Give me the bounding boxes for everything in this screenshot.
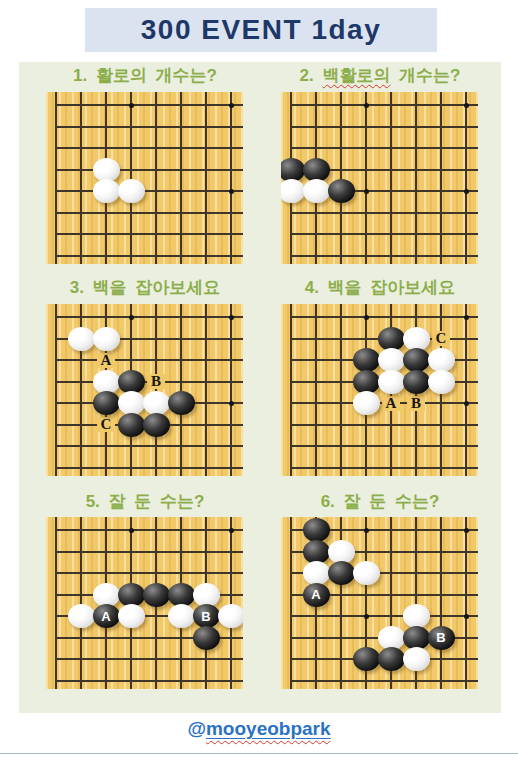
point-label-A: A (97, 353, 115, 368)
white-stone (193, 583, 220, 607)
black-stone (353, 370, 380, 394)
star-point (464, 528, 469, 533)
black-stone (143, 413, 170, 437)
stone-label-A: A (311, 588, 320, 601)
caption-text: 개수는? (390, 66, 460, 85)
point-label-B: B (407, 396, 425, 411)
white-stone (68, 604, 95, 628)
black-stone (303, 158, 330, 182)
board-grid-4: CAB (281, 306, 478, 476)
white-stone (428, 370, 455, 394)
white-stone (93, 179, 120, 203)
star-point (364, 315, 369, 320)
black-stone: B (428, 626, 455, 650)
go-board-1 (46, 92, 243, 264)
star-point (364, 614, 369, 619)
black-stone: A (93, 604, 120, 628)
black-stone (303, 540, 330, 564)
board-grid-1 (46, 94, 243, 264)
white-stone (93, 327, 120, 351)
black-stone (168, 583, 195, 607)
star-point (464, 189, 469, 194)
black-stone (303, 518, 330, 542)
black-stone (353, 348, 380, 372)
star-point (464, 401, 469, 406)
black-stone (168, 391, 195, 415)
white-stone (93, 370, 120, 394)
footer: @mooyeobpark (0, 718, 518, 740)
white-stone (143, 391, 170, 415)
problem-4-caption: 4. 백을 잡아보세요 (266, 276, 494, 300)
white-stone (118, 179, 145, 203)
star-point (464, 103, 469, 108)
go-board-4: CAB (281, 304, 478, 476)
white-stone (93, 583, 120, 607)
black-stone (378, 327, 405, 351)
black-stone (403, 348, 430, 372)
star-point (364, 103, 369, 108)
problem-1-caption: 1. 활로의 개수는? (31, 64, 259, 88)
black-stone (118, 370, 145, 394)
black-stone (378, 647, 405, 671)
star-point (364, 189, 369, 194)
board-grid-2 (281, 94, 478, 264)
white-stone (303, 561, 330, 585)
problem-6-caption: 6. 잘 둔 수는? (266, 490, 494, 514)
star-point (364, 528, 369, 533)
star-point (229, 528, 234, 533)
point-label-C: C (97, 417, 115, 432)
board-grid-3: ABC (46, 306, 243, 476)
footer-at-sign: @ (187, 718, 206, 739)
black-stone (143, 583, 170, 607)
white-stone (353, 391, 380, 415)
star-point (229, 103, 234, 108)
black-stone (118, 413, 145, 437)
white-stone (118, 604, 145, 628)
black-stone (93, 391, 120, 415)
black-stone (281, 158, 305, 182)
white-stone (168, 604, 195, 628)
white-stone (428, 348, 455, 372)
white-stone (118, 391, 145, 415)
problem-5-caption: 5. 잘 둔 수는? (31, 490, 259, 514)
problem-3-caption: 3. 백을 잡아보세요 (31, 276, 259, 300)
white-stone (378, 348, 405, 372)
board-grid-5: AB (46, 519, 243, 689)
white-stone (303, 179, 330, 203)
white-stone (403, 604, 430, 628)
white-stone (328, 540, 355, 564)
white-stone (378, 370, 405, 394)
black-stone (353, 647, 380, 671)
black-stone (118, 583, 145, 607)
star-point (129, 103, 134, 108)
star-point (229, 401, 234, 406)
stone-label-A: A (101, 610, 110, 623)
white-stone (68, 327, 95, 351)
problems-panel: 1. 활로의 개수는?2. 백활로의 개수는?3. 백을 잡아보세요ABC4. … (19, 62, 501, 713)
go-board-5: AB (46, 517, 243, 689)
point-label-C: C (432, 331, 450, 346)
stone-label-B: B (201, 610, 210, 623)
white-stone (403, 327, 430, 351)
point-label-B: B (147, 374, 165, 389)
footer-handle-link[interactable]: mooyeobpark (206, 718, 331, 739)
page-title: 300 EVENT 1day (141, 14, 381, 46)
black-stone: B (193, 604, 220, 628)
board-grid-6: AB (281, 519, 478, 689)
black-stone (403, 370, 430, 394)
star-point (464, 315, 469, 320)
white-stone (93, 158, 120, 182)
problem-2-caption: 2. 백활로의 개수는? (266, 64, 494, 88)
black-stone (403, 626, 430, 650)
stone-label-B: B (436, 631, 445, 644)
star-point (229, 189, 234, 194)
white-stone (281, 179, 305, 203)
black-stone (328, 561, 355, 585)
go-board-6: AB (281, 517, 478, 689)
go-board-3: ABC (46, 304, 243, 476)
white-stone (378, 626, 405, 650)
footer-handle-squiggle: mooyeobpark (206, 718, 331, 739)
black-stone (328, 179, 355, 203)
bottom-divider (0, 753, 518, 754)
white-stone (353, 561, 380, 585)
black-stone: A (303, 583, 330, 607)
white-stone (218, 604, 244, 628)
white-stone (403, 647, 430, 671)
point-label-A: A (382, 396, 400, 411)
title-band: 300 EVENT 1day (85, 8, 437, 52)
worksheet-page: 300 EVENT 1day 1. 활로의 개수는?2. 백활로의 개수는?3.… (0, 0, 518, 761)
caption-text: 2. (299, 66, 322, 85)
go-board-2 (281, 92, 478, 264)
star-point (129, 315, 134, 320)
black-stone (193, 626, 220, 650)
star-point (229, 315, 234, 320)
star-point (464, 614, 469, 619)
caption-squiggle-word: 백활로의 (322, 66, 390, 85)
star-point (129, 528, 134, 533)
